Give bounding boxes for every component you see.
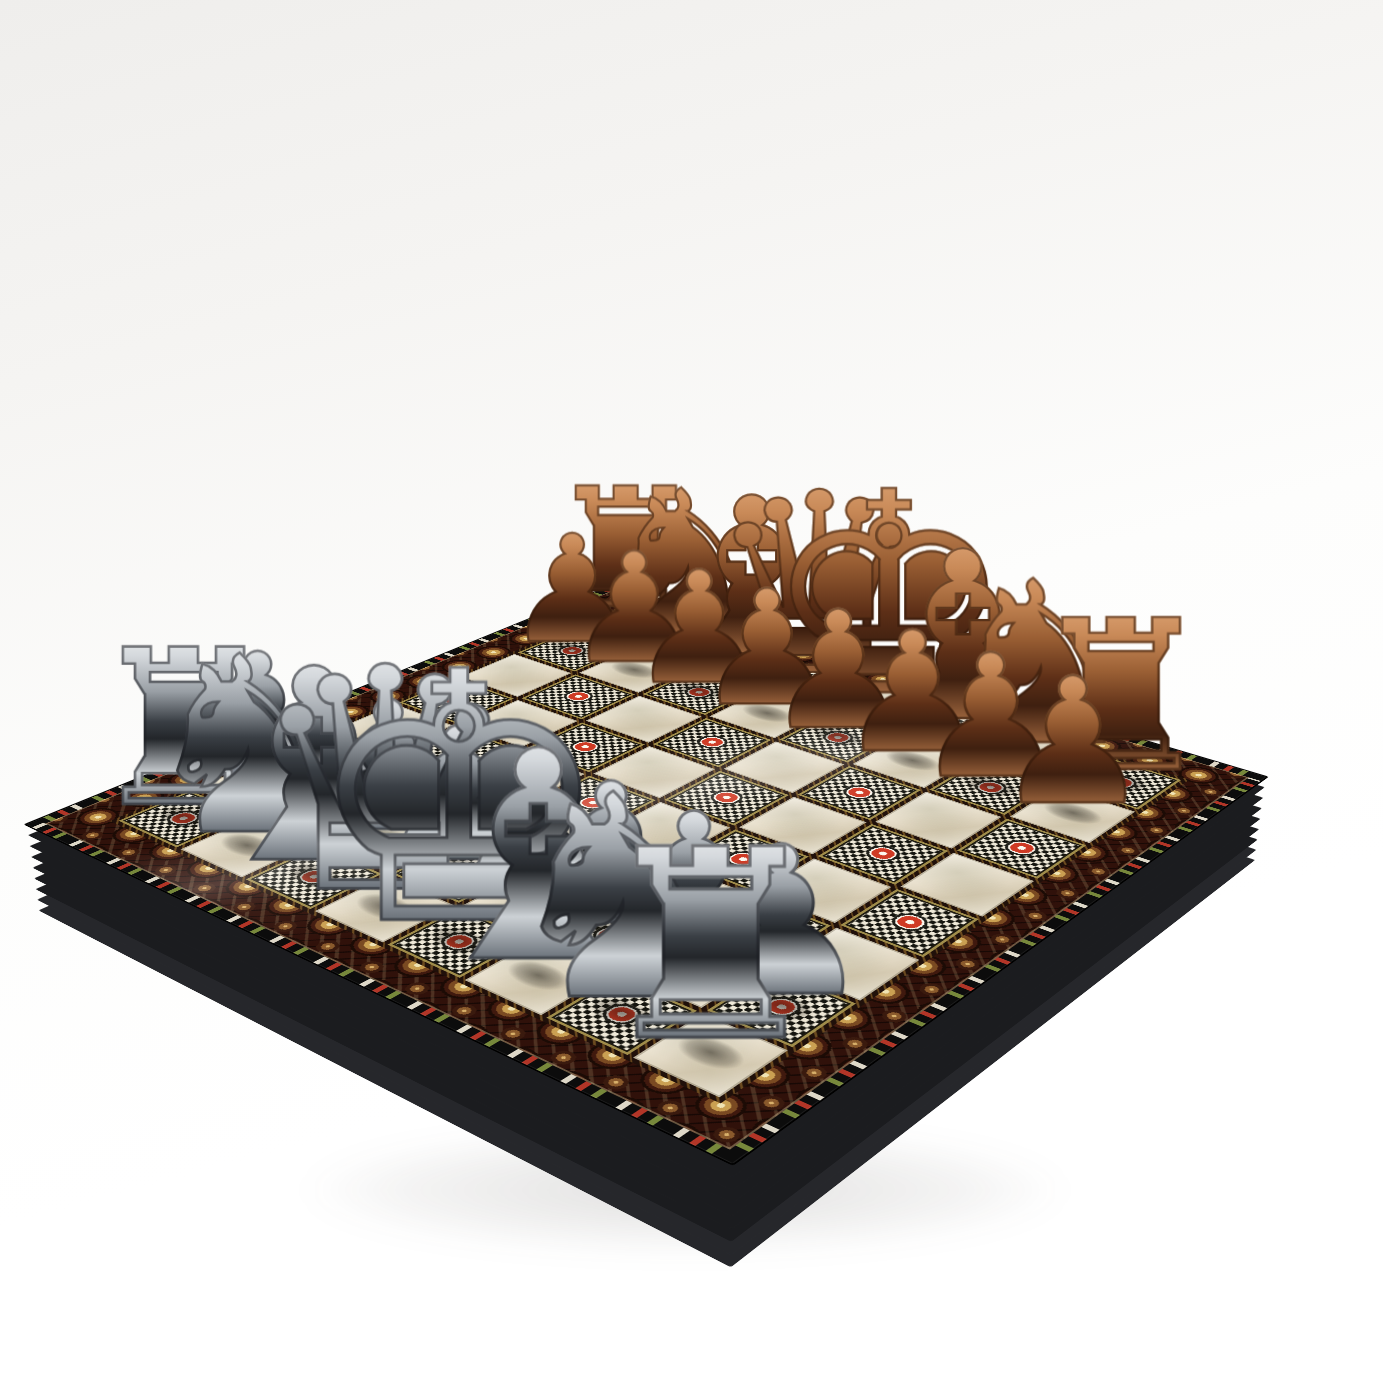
chess-board: ♜♞♟♝♟♛♟♚♟♝♟♞♟♟♜♟♟♜♟♟♞♟♝♟♛♟♚♟♝♟♞♜ — [26, 583, 1266, 1164]
piece-white-rook-h1: ♜ — [580, 810, 842, 1072]
photo-scene: ♜♞♟♝♟♛♟♚♟♝♟♞♟♟♜♟♟♜♟♟♞♟♝♟♛♟♚♟♝♟♞♜ — [0, 0, 1383, 1383]
piece-black-pawn-h7: ♟ — [986, 652, 1160, 826]
